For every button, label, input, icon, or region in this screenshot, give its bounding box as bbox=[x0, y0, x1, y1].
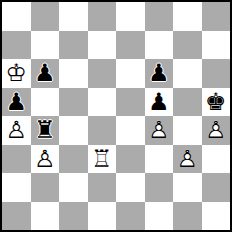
square-a2[interactable] bbox=[2, 173, 31, 202]
square-b4[interactable]: ♜ bbox=[31, 116, 60, 145]
square-a1[interactable] bbox=[2, 202, 31, 231]
square-f4[interactable]: ♟♙ bbox=[145, 116, 174, 145]
square-f5[interactable]: ♟ bbox=[145, 88, 174, 117]
white-pawn-h4: ♟♙ bbox=[202, 116, 231, 145]
square-g7[interactable] bbox=[173, 31, 202, 60]
square-f3[interactable] bbox=[145, 145, 174, 174]
square-c4[interactable] bbox=[59, 116, 88, 145]
square-g2[interactable] bbox=[173, 173, 202, 202]
square-d8[interactable] bbox=[88, 2, 117, 31]
square-f7[interactable] bbox=[145, 31, 174, 60]
square-f6[interactable]: ♟ bbox=[145, 59, 174, 88]
square-g8[interactable] bbox=[173, 2, 202, 31]
black-pawn-f6: ♟ bbox=[145, 59, 174, 88]
square-e1[interactable] bbox=[116, 202, 145, 231]
white-rook-d3: ♜♖ bbox=[88, 145, 117, 174]
square-g5[interactable] bbox=[173, 88, 202, 117]
black-rook-b4: ♜ bbox=[31, 116, 60, 145]
square-g1[interactable] bbox=[173, 202, 202, 231]
square-h5[interactable]: ♚ bbox=[202, 88, 231, 117]
square-b2[interactable] bbox=[31, 173, 60, 202]
white-pawn-f4: ♟♙ bbox=[145, 116, 174, 145]
square-a7[interactable] bbox=[2, 31, 31, 60]
black-king-h5: ♚ bbox=[202, 88, 231, 117]
chessboard: ♚♔♟♟♟♟♚♟♙♜♟♙♟♙♟♙♜♖♟♙ bbox=[0, 0, 232, 232]
square-d7[interactable] bbox=[88, 31, 117, 60]
square-e6[interactable] bbox=[116, 59, 145, 88]
square-a5[interactable]: ♟ bbox=[2, 88, 31, 117]
square-b1[interactable] bbox=[31, 202, 60, 231]
square-e5[interactable] bbox=[116, 88, 145, 117]
square-e3[interactable] bbox=[116, 145, 145, 174]
square-c3[interactable] bbox=[59, 145, 88, 174]
square-h6[interactable] bbox=[202, 59, 231, 88]
square-g6[interactable] bbox=[173, 59, 202, 88]
square-d4[interactable] bbox=[88, 116, 117, 145]
square-d6[interactable] bbox=[88, 59, 117, 88]
square-b5[interactable] bbox=[31, 88, 60, 117]
square-f1[interactable] bbox=[145, 202, 174, 231]
square-c8[interactable] bbox=[59, 2, 88, 31]
square-d2[interactable] bbox=[88, 173, 117, 202]
white-pawn-b3: ♟♙ bbox=[31, 145, 60, 174]
square-d1[interactable] bbox=[88, 202, 117, 231]
white-pawn-g3: ♟♙ bbox=[173, 145, 202, 174]
square-e8[interactable] bbox=[116, 2, 145, 31]
square-d5[interactable] bbox=[88, 88, 117, 117]
white-pawn-a4: ♟♙ bbox=[2, 116, 31, 145]
square-h8[interactable] bbox=[202, 2, 231, 31]
square-f2[interactable] bbox=[145, 173, 174, 202]
square-b3[interactable]: ♟♙ bbox=[31, 145, 60, 174]
square-c5[interactable] bbox=[59, 88, 88, 117]
square-h4[interactable]: ♟♙ bbox=[202, 116, 231, 145]
square-e2[interactable] bbox=[116, 173, 145, 202]
square-a3[interactable] bbox=[2, 145, 31, 174]
square-c7[interactable] bbox=[59, 31, 88, 60]
white-king-a6: ♚♔ bbox=[2, 59, 31, 88]
square-h2[interactable] bbox=[202, 173, 231, 202]
square-h1[interactable] bbox=[202, 202, 231, 231]
square-c1[interactable] bbox=[59, 202, 88, 231]
square-c6[interactable] bbox=[59, 59, 88, 88]
square-g4[interactable] bbox=[173, 116, 202, 145]
square-f8[interactable] bbox=[145, 2, 174, 31]
square-a8[interactable] bbox=[2, 2, 31, 31]
square-b7[interactable] bbox=[31, 31, 60, 60]
square-a6[interactable]: ♚♔ bbox=[2, 59, 31, 88]
square-e7[interactable] bbox=[116, 31, 145, 60]
square-d3[interactable]: ♜♖ bbox=[88, 145, 117, 174]
square-c2[interactable] bbox=[59, 173, 88, 202]
square-a4[interactable]: ♟♙ bbox=[2, 116, 31, 145]
black-pawn-a5: ♟ bbox=[2, 88, 31, 117]
square-b6[interactable]: ♟ bbox=[31, 59, 60, 88]
chess-diagram: ♚♔♟♟♟♟♚♟♙♜♟♙♟♙♟♙♜♖♟♙ bbox=[0, 0, 234, 234]
square-b8[interactable] bbox=[31, 2, 60, 31]
black-pawn-b6: ♟ bbox=[31, 59, 60, 88]
black-pawn-f5: ♟ bbox=[145, 88, 174, 117]
square-h3[interactable] bbox=[202, 145, 231, 174]
square-g3[interactable]: ♟♙ bbox=[173, 145, 202, 174]
square-e4[interactable] bbox=[116, 116, 145, 145]
square-h7[interactable] bbox=[202, 31, 231, 60]
